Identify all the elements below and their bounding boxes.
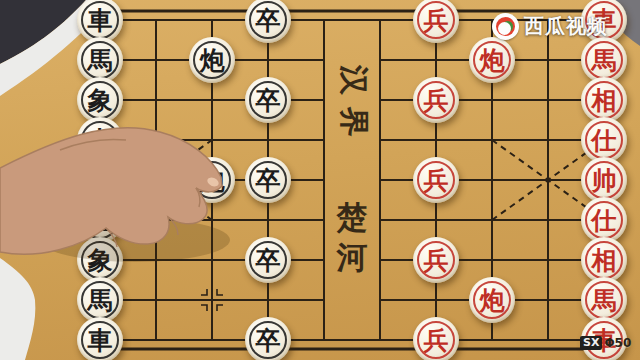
piece-black-soldier[interactable]: 卒 [245, 0, 291, 43]
piece-black-chariot[interactable]: 車 [77, 317, 123, 360]
watermark-xigua-video: 西瓜视频 [492, 13, 608, 40]
watermark-text: 西瓜视频 [524, 13, 608, 40]
piece-red-soldier[interactable]: 兵 [413, 157, 459, 203]
piece-red-cannon[interactable]: 炮 [469, 37, 515, 83]
piece-black-soldier[interactable]: 卒 [245, 157, 291, 203]
piece-black-soldier[interactable]: 卒 [245, 237, 291, 283]
piece-black-soldier[interactable]: 卒 [245, 77, 291, 123]
piece-black-soldier[interactable]: 卒 [245, 317, 291, 360]
piece-black-cannon[interactable]: 炮 [189, 37, 235, 83]
piece-red-cannon[interactable]: 炮 [469, 277, 515, 323]
piece-red-soldier[interactable]: 兵 [413, 0, 459, 43]
video-frame: 汉 界 楚 河 車馬象士将士象馬車炮炮卒卒卒卒卒兵兵兵兵兵炮炮車馬相仕帅仕相馬車… [0, 0, 640, 360]
piece-red-soldier[interactable]: 兵 [413, 237, 459, 283]
size-label-box: SX [580, 336, 602, 350]
piece-layer: 車馬象士将士象馬車炮炮卒卒卒卒卒兵兵兵兵兵炮炮車馬相仕帅仕相馬車 [0, 0, 640, 360]
watermelon-logo-icon [492, 13, 519, 40]
size-label-text: Φ50 [604, 336, 631, 350]
piece-red-soldier[interactable]: 兵 [413, 317, 459, 360]
board-size-label: SX Φ50 [580, 336, 631, 350]
piece-red-soldier[interactable]: 兵 [413, 77, 459, 123]
piece-black-cannon-being-placed[interactable]: 炮 [189, 157, 235, 203]
